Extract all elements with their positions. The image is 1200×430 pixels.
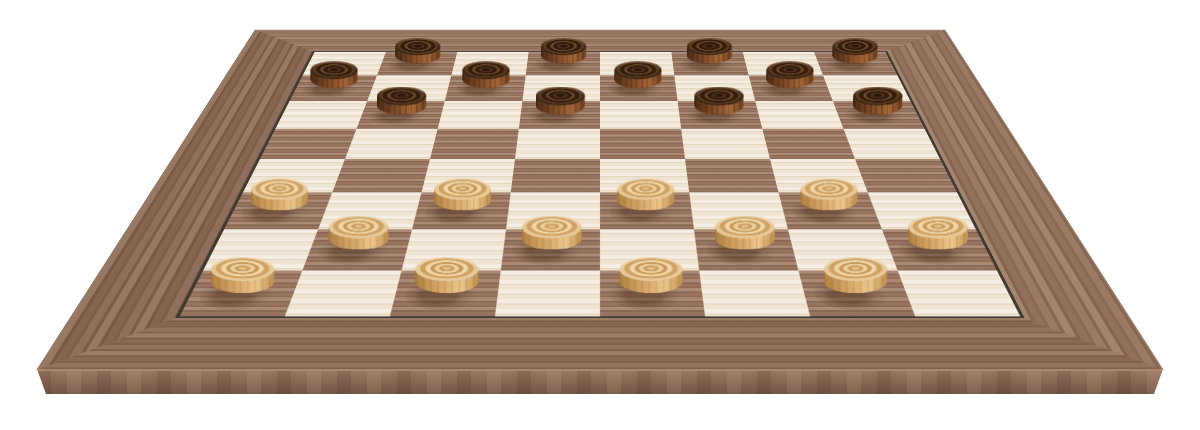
checker-top: [395, 38, 440, 55]
square-dark: [855, 159, 957, 192]
board-near-edge-face: [37, 369, 1163, 394]
checker-top: [823, 257, 887, 281]
checker-dark-cylinder: [832, 38, 877, 64]
checker-dark-cylinder: [541, 38, 586, 64]
checker-top: [536, 86, 585, 105]
square-light: [438, 101, 523, 129]
checker-light-cylinder: [434, 178, 491, 210]
checker-light-cylinder: [823, 257, 887, 293]
checker-top: [541, 38, 586, 55]
checker-top: [377, 86, 426, 105]
checker-top: [251, 178, 308, 200]
checker-top: [211, 257, 275, 281]
checker-top: [434, 178, 491, 200]
checkers-product-photo: [0, 0, 1200, 430]
checker-dark-cylinder: [536, 86, 585, 114]
square-light: [495, 271, 600, 317]
checker-dark-cylinder: [614, 61, 661, 88]
checker-top: [832, 38, 877, 55]
checker-dark-cylinder: [766, 61, 813, 88]
square-light: [275, 101, 367, 129]
checker-top: [694, 86, 743, 105]
square-dark: [511, 159, 600, 192]
checker-dark-cylinder: [853, 86, 902, 114]
checker-light-cylinder: [617, 178, 674, 210]
checker-dark-cylinder: [310, 61, 357, 88]
checker-top: [908, 215, 968, 238]
checker-top: [415, 257, 479, 281]
checker-top: [614, 61, 661, 79]
checker-light-cylinder: [415, 257, 479, 293]
square-light: [898, 271, 1021, 317]
square-dark: [430, 129, 519, 159]
checker-light-cylinder: [908, 215, 968, 249]
square-light: [681, 129, 770, 159]
checker-top: [310, 61, 357, 79]
checker-dark-cylinder: [687, 38, 732, 64]
checker-top: [715, 215, 775, 238]
checker-light-cylinder: [211, 257, 275, 293]
checker-light-cylinder: [251, 178, 308, 210]
checker-dark-cylinder: [462, 61, 509, 88]
checker-light-cylinder: [715, 215, 775, 249]
square-light: [755, 101, 843, 129]
checker-light-cylinder: [328, 215, 388, 249]
checker-top: [619, 257, 683, 281]
checker-top: [462, 61, 509, 79]
checker-dark-cylinder: [395, 38, 440, 64]
square-light: [699, 271, 810, 317]
checker-top: [853, 86, 902, 105]
checker-light-cylinder: [800, 178, 857, 210]
square-light: [843, 129, 940, 159]
square-light: [345, 129, 438, 159]
board-scene: [0, 0, 1200, 430]
checker-top: [328, 215, 388, 238]
checker-top: [766, 61, 813, 79]
checker-top: [800, 178, 857, 200]
square-dark: [332, 159, 430, 192]
checker-dark-cylinder: [377, 86, 426, 114]
square-dark: [762, 129, 855, 159]
checker-top: [617, 178, 674, 200]
checker-top: [687, 38, 732, 55]
checkers-board: [36, 30, 1163, 370]
square-light: [600, 101, 681, 129]
square-dark: [600, 129, 685, 159]
checker-light-cylinder: [619, 257, 683, 293]
checker-dark-cylinder: [694, 86, 743, 114]
square-dark: [260, 129, 357, 159]
square-dark: [685, 159, 779, 192]
board-frame-bottom: [36, 316, 1163, 370]
square-light: [515, 129, 600, 159]
checker-light-cylinder: [522, 215, 582, 249]
checker-top: [522, 215, 582, 238]
square-light: [285, 271, 402, 317]
